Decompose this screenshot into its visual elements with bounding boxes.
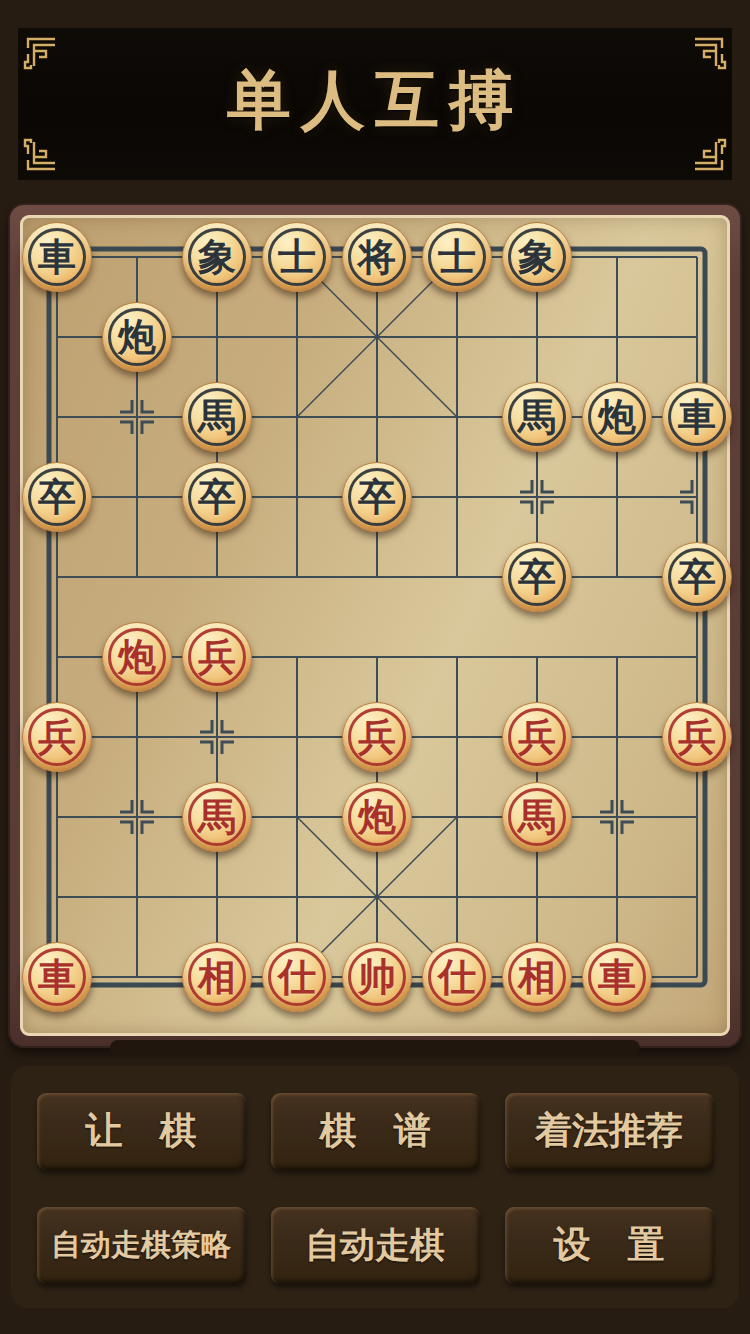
piece-glyph: 士 bbox=[423, 223, 491, 291]
title-banner: 单人互搏 bbox=[18, 28, 732, 180]
piece-glyph: 兵 bbox=[183, 623, 251, 691]
piece-black-cannon[interactable]: 炮 bbox=[582, 382, 652, 452]
piece-red-cannon[interactable]: 炮 bbox=[102, 622, 172, 692]
page-title: 单人互搏 bbox=[18, 57, 732, 144]
piece-glyph: 士 bbox=[263, 223, 331, 291]
piece-glyph: 兵 bbox=[503, 703, 571, 771]
piece-glyph: 相 bbox=[183, 943, 251, 1011]
piece-glyph: 卒 bbox=[23, 463, 91, 531]
piece-glyph: 兵 bbox=[23, 703, 91, 771]
piece-glyph: 象 bbox=[183, 223, 251, 291]
piece-black-horse[interactable]: 馬 bbox=[182, 382, 252, 452]
piece-red-advisor[interactable]: 仕 bbox=[262, 942, 332, 1012]
piece-red-horse[interactable]: 馬 bbox=[182, 782, 252, 852]
piece-glyph: 卒 bbox=[503, 543, 571, 611]
xiangqi-board: 車象士将士象炮馬馬炮車卒卒卒卒卒炮兵兵兵兵兵馬炮馬車相仕帅仕相車 bbox=[8, 203, 742, 1048]
piece-black-soldier[interactable]: 卒 bbox=[182, 462, 252, 532]
piece-glyph: 馬 bbox=[503, 383, 571, 451]
piece-red-elephant[interactable]: 相 bbox=[502, 942, 572, 1012]
auto-move-button[interactable]: 自动走棋 bbox=[271, 1207, 480, 1284]
piece-glyph: 兵 bbox=[343, 703, 411, 771]
piece-red-advisor[interactable]: 仕 bbox=[422, 942, 492, 1012]
piece-glyph: 車 bbox=[663, 383, 731, 451]
piece-red-soldier[interactable]: 兵 bbox=[182, 622, 252, 692]
piece-glyph: 将 bbox=[343, 223, 411, 291]
piece-black-horse[interactable]: 馬 bbox=[502, 382, 572, 452]
piece-red-chariot[interactable]: 車 bbox=[22, 942, 92, 1012]
piece-glyph: 炮 bbox=[103, 623, 171, 691]
piece-black-soldier[interactable]: 卒 bbox=[22, 462, 92, 532]
piece-glyph: 馬 bbox=[183, 383, 251, 451]
move-hint-button[interactable]: 着法推荐 bbox=[505, 1093, 714, 1170]
auto-move-strategy-button[interactable]: 自动走棋策略 bbox=[37, 1207, 246, 1284]
piece-glyph: 車 bbox=[23, 223, 91, 291]
settings-button[interactable]: 设 置 bbox=[505, 1207, 714, 1284]
piece-glyph: 兵 bbox=[663, 703, 731, 771]
piece-red-elephant[interactable]: 相 bbox=[182, 942, 252, 1012]
board-stand bbox=[110, 1040, 640, 1056]
piece-glyph: 馬 bbox=[183, 783, 251, 851]
piece-red-horse[interactable]: 馬 bbox=[502, 782, 572, 852]
piece-glyph: 相 bbox=[503, 943, 571, 1011]
menu-panel: 让 棋 棋 谱 着法推荐 自动走棋策略 自动走棋 设 置 bbox=[11, 1066, 739, 1308]
piece-black-elephant[interactable]: 象 bbox=[182, 222, 252, 292]
piece-red-cannon[interactable]: 炮 bbox=[342, 782, 412, 852]
piece-glyph: 象 bbox=[503, 223, 571, 291]
piece-black-chariot[interactable]: 車 bbox=[662, 382, 732, 452]
piece-glyph: 炮 bbox=[103, 303, 171, 371]
piece-glyph: 炮 bbox=[583, 383, 651, 451]
piece-glyph: 車 bbox=[583, 943, 651, 1011]
piece-red-soldier[interactable]: 兵 bbox=[22, 702, 92, 772]
piece-black-advisor[interactable]: 士 bbox=[422, 222, 492, 292]
piece-red-soldier[interactable]: 兵 bbox=[342, 702, 412, 772]
piece-black-soldier[interactable]: 卒 bbox=[342, 462, 412, 532]
handicap-button[interactable]: 让 棋 bbox=[37, 1093, 246, 1170]
piece-black-soldier[interactable]: 卒 bbox=[662, 542, 732, 612]
piece-black-advisor[interactable]: 士 bbox=[262, 222, 332, 292]
piece-red-soldier[interactable]: 兵 bbox=[662, 702, 732, 772]
piece-glyph: 帅 bbox=[343, 943, 411, 1011]
piece-glyph: 卒 bbox=[663, 543, 731, 611]
piece-glyph: 卒 bbox=[343, 463, 411, 531]
game-record-button[interactable]: 棋 谱 bbox=[271, 1093, 480, 1170]
piece-red-general[interactable]: 帅 bbox=[342, 942, 412, 1012]
piece-glyph: 馬 bbox=[503, 783, 571, 851]
piece-glyph: 仕 bbox=[263, 943, 331, 1011]
piece-black-chariot[interactable]: 車 bbox=[22, 222, 92, 292]
piece-glyph: 卒 bbox=[183, 463, 251, 531]
piece-glyph: 車 bbox=[23, 943, 91, 1011]
piece-layer: 車象士将士象炮馬馬炮車卒卒卒卒卒炮兵兵兵兵兵馬炮馬車相仕帅仕相車 bbox=[17, 217, 737, 1017]
piece-glyph: 仕 bbox=[423, 943, 491, 1011]
piece-black-cannon[interactable]: 炮 bbox=[102, 302, 172, 372]
piece-red-soldier[interactable]: 兵 bbox=[502, 702, 572, 772]
piece-red-chariot[interactable]: 車 bbox=[582, 942, 652, 1012]
piece-black-general[interactable]: 将 bbox=[342, 222, 412, 292]
piece-black-soldier[interactable]: 卒 bbox=[502, 542, 572, 612]
piece-black-elephant[interactable]: 象 bbox=[502, 222, 572, 292]
piece-glyph: 炮 bbox=[343, 783, 411, 851]
